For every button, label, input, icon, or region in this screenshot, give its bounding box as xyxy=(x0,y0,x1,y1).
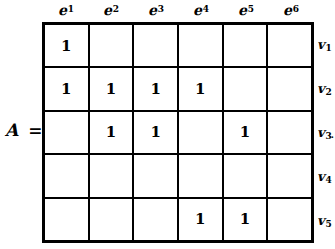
row-label-base: v xyxy=(317,82,325,95)
incidence-matrix-figure: A = e1 e2 e3 e4 e5 e6 1 1 1 1 1 1 1 1 xyxy=(0,0,335,249)
matrix-cell-r4c2 xyxy=(90,155,133,196)
matrix-cell-r5c4: 1 xyxy=(179,199,222,240)
matrix-cell-r2c3: 1 xyxy=(134,68,177,109)
matrix-cell-r3c2: 1 xyxy=(90,112,133,153)
matrix-cell-r5c1 xyxy=(45,199,88,240)
column-header-base: e xyxy=(283,1,292,19)
row-label-base: v xyxy=(317,38,325,51)
matrix-label: A = xyxy=(5,120,43,140)
matrix-cell-r4c5 xyxy=(224,155,267,196)
column-header-sub: 1 xyxy=(68,5,74,14)
row-labels: v1 v2 v3. v4 v5 xyxy=(317,22,335,243)
row-label-v4: v4 xyxy=(317,155,335,199)
matrix-grid: 1 1 1 1 1 1 1 1 1 1 xyxy=(42,22,314,243)
matrix-cell-r5c6 xyxy=(268,199,311,240)
row-label-base: v xyxy=(317,126,325,139)
column-header-e1: e1 xyxy=(43,1,88,22)
matrix-name: A xyxy=(5,120,19,140)
matrix-cell-r3c5: 1 xyxy=(224,112,267,153)
matrix-cell-r3c1 xyxy=(45,112,88,153)
row-label-v3: v3. xyxy=(317,110,335,154)
matrix-cell-r2c1: 1 xyxy=(45,68,88,109)
column-header-e4: e4 xyxy=(178,1,223,22)
matrix-cell-r1c5 xyxy=(224,25,267,66)
column-header-sub: 4 xyxy=(203,5,209,14)
column-headers: e1 e2 e3 e4 e5 e6 xyxy=(43,1,313,22)
row-label-v1: v1 xyxy=(317,22,335,66)
matrix-cell-r1c2 xyxy=(90,25,133,66)
matrix-cell-r3c4 xyxy=(179,112,222,153)
row-label-v5: v5 xyxy=(317,199,335,243)
matrix-cell-r1c4 xyxy=(179,25,222,66)
column-header-sub: 3 xyxy=(158,5,164,14)
row-label-sub: 4 xyxy=(326,176,332,185)
column-header-sub: 2 xyxy=(113,5,119,14)
row-label-sub: 1 xyxy=(326,44,332,53)
matrix-cell-r2c6 xyxy=(268,68,311,109)
row-label-suffix: . xyxy=(331,131,334,140)
column-header-base: e xyxy=(193,1,202,19)
matrix-cell-r4c3 xyxy=(134,155,177,196)
column-header-sub: 6 xyxy=(293,5,299,14)
column-header-e6: e6 xyxy=(268,1,313,22)
matrix-cell-r5c3 xyxy=(134,199,177,240)
column-header-e5: e5 xyxy=(223,1,268,22)
column-header-base: e xyxy=(103,1,112,19)
row-label-v2: v2 xyxy=(317,66,335,110)
column-header-base: e xyxy=(58,1,67,19)
matrix-cell-r4c4 xyxy=(179,155,222,196)
matrix-cell-r3c3: 1 xyxy=(134,112,177,153)
row-label-sub: 2 xyxy=(326,88,332,97)
matrix-cell-r1c3 xyxy=(134,25,177,66)
matrix-cell-r1c6 xyxy=(268,25,311,66)
matrix-cell-r2c4: 1 xyxy=(179,68,222,109)
column-header-base: e xyxy=(238,1,247,19)
matrix-cell-r4c1 xyxy=(45,155,88,196)
row-label-base: v xyxy=(317,214,325,227)
matrix-cell-r1c1: 1 xyxy=(45,25,88,66)
row-label-base: v xyxy=(317,170,325,183)
matrix-cell-r2c2: 1 xyxy=(90,68,133,109)
matrix-cell-r4c6 xyxy=(268,155,311,196)
matrix-cell-r3c6 xyxy=(268,112,311,153)
matrix-cell-r2c5 xyxy=(224,68,267,109)
matrix-cell-r5c2 xyxy=(90,199,133,240)
row-label-sub: 5 xyxy=(326,220,332,229)
column-header-sub: 5 xyxy=(248,5,254,14)
matrix-cell-r5c5: 1 xyxy=(224,199,267,240)
column-header-base: e xyxy=(148,1,157,19)
column-header-e2: e2 xyxy=(88,1,133,22)
column-header-e3: e3 xyxy=(133,1,178,22)
